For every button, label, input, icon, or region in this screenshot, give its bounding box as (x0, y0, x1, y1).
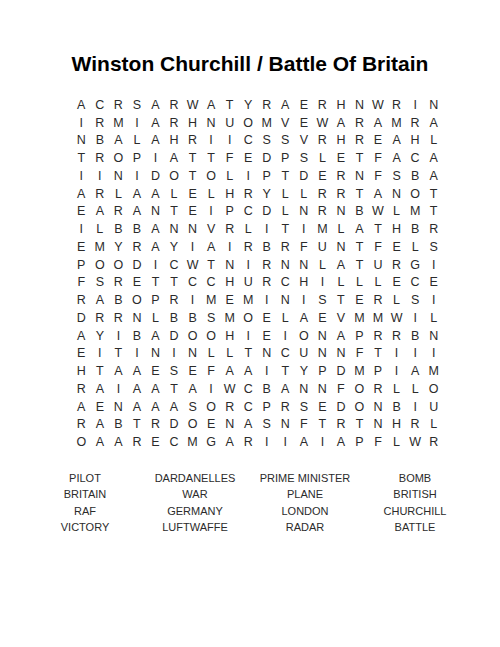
grid-cell: H (183, 114, 202, 132)
grid-cell: F (72, 274, 91, 292)
grid-cell: P (257, 398, 276, 416)
grid-cell: O (424, 380, 443, 398)
grid-cell: W (369, 203, 388, 221)
grid-cell: L (109, 185, 128, 203)
grid-cell: R (424, 220, 443, 238)
grid-cell: R (332, 167, 351, 185)
grid-cell: N (424, 327, 443, 345)
grid-cell: A (369, 185, 388, 203)
grid-cell: A (128, 185, 147, 203)
grid-cell: O (91, 256, 110, 274)
word-list: PILOTBRITAINRAFVICTORYDARDANELLESWARGERM… (30, 470, 470, 536)
grid-cell: C (276, 274, 295, 292)
grid-cell: R (332, 185, 351, 203)
word-bomb: BOMB (360, 470, 470, 486)
grid-cell: R (257, 274, 276, 292)
grid-cell: L (332, 220, 351, 238)
grid-cell: T (183, 149, 202, 167)
grid-cell: E (387, 274, 406, 292)
grid-cell: I (406, 345, 425, 363)
grid-cell: P (350, 327, 369, 345)
grid-cell: N (369, 416, 388, 434)
grid-cell: T (165, 380, 184, 398)
grid-cell: M (350, 362, 369, 380)
grid-cell: R (313, 132, 332, 150)
grid-cell: S (91, 274, 110, 292)
grid-cell: B (406, 220, 425, 238)
grid-cell: L (369, 274, 388, 292)
grid-cell: T (350, 256, 369, 274)
grid-cell: A (91, 203, 110, 221)
grid-cell: N (109, 398, 128, 416)
grid-cell: E (72, 203, 91, 221)
grid-cell: N (72, 132, 91, 150)
grid-cell: N (202, 114, 221, 132)
grid-cell: R (424, 433, 443, 451)
grid-cell: R (183, 132, 202, 150)
grid-cell: I (91, 345, 110, 363)
grid-cell: O (202, 167, 221, 185)
grid-cell: O (406, 185, 425, 203)
grid-cell: B (406, 327, 425, 345)
grid-cell: H (332, 96, 351, 114)
grid-cell: M (183, 433, 202, 451)
grid-cell: R (72, 291, 91, 309)
grid-cell: A (146, 185, 165, 203)
grid-cell: H (406, 132, 425, 150)
grid-cell: L (313, 256, 332, 274)
grid-cell: A (128, 203, 147, 221)
grid-cell: R (72, 416, 91, 434)
grid-cell: O (295, 327, 314, 345)
grid-cell: F (295, 416, 314, 434)
grid-cell: R (220, 220, 239, 238)
grid-cell: T (183, 167, 202, 185)
grid-cell: C (91, 96, 110, 114)
grid-cell: D (146, 167, 165, 185)
grid-cell: T (165, 203, 184, 221)
grid-cell: A (128, 398, 147, 416)
grid-cell: V (332, 309, 351, 327)
grid-cell: I (183, 238, 202, 256)
grid-cell: P (72, 256, 91, 274)
grid-cell: L (313, 149, 332, 167)
grid-cell: O (202, 398, 221, 416)
grid-cell: R (406, 114, 425, 132)
grid-cell: I (387, 345, 406, 363)
grid-cell: I (295, 220, 314, 238)
grid-cell: I (424, 256, 443, 274)
grid-cell: A (72, 96, 91, 114)
grid-cell: B (109, 416, 128, 434)
grid-cell: E (313, 167, 332, 185)
grid-cell: T (350, 185, 369, 203)
grid-cell: P (146, 291, 165, 309)
grid-cell: U (220, 114, 239, 132)
word-germany: GERMANY (140, 503, 250, 519)
grid-cell: A (387, 132, 406, 150)
grid-cell: I (220, 132, 239, 150)
grid-cell: N (295, 203, 314, 221)
grid-cell: T (202, 149, 221, 167)
grid-cell: I (313, 433, 332, 451)
grid-cell: I (295, 291, 314, 309)
grid-cell: R (313, 185, 332, 203)
grid-cell: N (424, 96, 443, 114)
grid-cell: L (350, 274, 369, 292)
grid-cell: T (109, 345, 128, 363)
grid-cell: I (424, 291, 443, 309)
grid-cell: B (128, 327, 147, 345)
grid-cell: N (146, 345, 165, 363)
grid-cell: R (332, 416, 351, 434)
grid-cell: F (369, 167, 388, 185)
grid-cell: N (109, 167, 128, 185)
grid-cell: N (350, 96, 369, 114)
grid-cell: N (220, 256, 239, 274)
grid-cell: M (220, 309, 239, 327)
grid-cell: N (295, 380, 314, 398)
grid-cell: C (239, 132, 258, 150)
grid-cell: U (295, 345, 314, 363)
grid-cell: F (332, 380, 351, 398)
grid-cell: A (387, 149, 406, 167)
grid-cell: A (128, 362, 147, 380)
grid-cell: N (295, 256, 314, 274)
grid-cell: Y (257, 185, 276, 203)
grid-cell: L (202, 185, 221, 203)
grid-cell: P (276, 149, 295, 167)
grid-cell: T (146, 274, 165, 292)
grid-cell: M (313, 220, 332, 238)
grid-cell: A (220, 362, 239, 380)
grid-cell: I (109, 327, 128, 345)
grid-cell: M (202, 291, 221, 309)
grid-cell: R (257, 96, 276, 114)
grid-cell: R (239, 238, 258, 256)
grid-cell: O (350, 398, 369, 416)
grid-cell: I (109, 380, 128, 398)
grid-cell: S (295, 398, 314, 416)
grid-cell: W (387, 309, 406, 327)
grid-cell: B (387, 398, 406, 416)
grid-cell: A (91, 416, 110, 434)
grid-cell: R (91, 309, 110, 327)
grid-cell: R (165, 96, 184, 114)
grid-cell: I (146, 149, 165, 167)
grid-cell: H (220, 185, 239, 203)
grid-cell: L (406, 380, 425, 398)
grid-cell: A (146, 398, 165, 416)
grid-cell: H (332, 132, 351, 150)
word-war: WAR (140, 486, 250, 502)
grid-cell: E (295, 96, 314, 114)
grid-cell: D (332, 398, 351, 416)
grid-cell: N (276, 416, 295, 434)
grid-cell: B (91, 132, 110, 150)
grid-cell: R (313, 96, 332, 114)
grid-cell: E (91, 398, 110, 416)
grid-cell: A (72, 398, 91, 416)
grid-cell: A (72, 327, 91, 345)
grid-cell: C (165, 256, 184, 274)
grid-cell: V (202, 220, 221, 238)
grid-cell: H (387, 220, 406, 238)
grid-cell: M (350, 309, 369, 327)
grid-cell: O (128, 291, 147, 309)
grid-cell: I (239, 327, 258, 345)
grid-cell: L (387, 433, 406, 451)
grid-cell: C (165, 433, 184, 451)
grid-cell: A (369, 114, 388, 132)
grid-cell: L (424, 132, 443, 150)
word-list-column-3: PRIME MINISTERPLANELONDONRADAR (250, 470, 360, 536)
grid-cell: L (406, 238, 425, 256)
grid-cell: R (406, 416, 425, 434)
word-britain: BRITAIN (30, 486, 140, 502)
grid-cell: B (406, 167, 425, 185)
grid-cell: B (257, 380, 276, 398)
grid-cell: I (146, 256, 165, 274)
grid-cell: A (424, 167, 443, 185)
grid-cell: R (387, 256, 406, 274)
grid-cell: A (295, 309, 314, 327)
grid-cell: T (350, 238, 369, 256)
word-prime-minister: PRIME MINISTER (250, 470, 360, 486)
grid-cell: T (369, 220, 388, 238)
grid-cell: O (239, 309, 258, 327)
grid-cell: F (350, 345, 369, 363)
grid-cell: L (146, 309, 165, 327)
grid-cell: S (257, 132, 276, 150)
grid-cell: Y (239, 96, 258, 114)
grid-cell: A (202, 96, 221, 114)
grid-cell: I (276, 433, 295, 451)
grid-cell: A (146, 220, 165, 238)
grid-cell: E (424, 274, 443, 292)
grid-cell: A (220, 433, 239, 451)
grid-cell: N (332, 345, 351, 363)
grid-cell: E (257, 309, 276, 327)
word-luftwaffe: LUFTWAFFE (140, 519, 250, 535)
grid-cell: N (183, 345, 202, 363)
grid-cell: E (72, 345, 91, 363)
grid-cell: I (202, 203, 221, 221)
grid-cell: D (165, 327, 184, 345)
grid-cell: I (257, 433, 276, 451)
grid-cell: S (387, 167, 406, 185)
grid-cell: A (146, 114, 165, 132)
grid-cell: T (276, 220, 295, 238)
grid-cell: A (332, 114, 351, 132)
grid-cell: L (387, 291, 406, 309)
grid-cell: A (146, 96, 165, 114)
grid-cell: C (239, 380, 258, 398)
word-radar: RADAR (250, 519, 360, 535)
grid-cell: C (239, 203, 258, 221)
grid-cell: I (72, 220, 91, 238)
grid-cell: T (165, 274, 184, 292)
grid-cell: R (239, 185, 258, 203)
grid-cell: E (128, 274, 147, 292)
grid-cell: A (183, 380, 202, 398)
grid-cell: I (72, 167, 91, 185)
grid-cell: P (257, 167, 276, 185)
grid-cell: I (257, 220, 276, 238)
grid-cell: L (295, 185, 314, 203)
grid-cell: I (406, 96, 425, 114)
grid-cell: B (257, 238, 276, 256)
grid-cell: I (387, 362, 406, 380)
grid-cell: R (165, 291, 184, 309)
grid-cell: S (406, 291, 425, 309)
grid-cell: E (239, 149, 258, 167)
grid-cell: B (350, 203, 369, 221)
grid-cell: A (72, 185, 91, 203)
grid-cell: N (313, 327, 332, 345)
grid-cell: E (295, 114, 314, 132)
grid-cell: T (350, 149, 369, 167)
grid-cell: C (183, 274, 202, 292)
grid-cell: E (183, 185, 202, 203)
grid-cell: P (369, 362, 388, 380)
grid-cell: O (183, 416, 202, 434)
word-dardanelles: DARDANELLES (140, 470, 250, 486)
grid-cell: U (239, 274, 258, 292)
grid-cell: N (332, 238, 351, 256)
grid-cell: E (146, 362, 165, 380)
grid-cell: R (91, 185, 110, 203)
grid-cell: V (276, 114, 295, 132)
grid-cell: H (72, 362, 91, 380)
grid-cell: S (165, 362, 184, 380)
grid-cell: C (276, 345, 295, 363)
grid-cell: L (128, 132, 147, 150)
grid-cell: A (91, 291, 110, 309)
grid-cell: P (350, 433, 369, 451)
grid-cell: F (220, 149, 239, 167)
grid-cell: O (239, 114, 258, 132)
grid-cell: A (146, 380, 165, 398)
grid-cell: W (369, 96, 388, 114)
grid-cell: A (109, 132, 128, 150)
grid-cell: I (202, 132, 221, 150)
grid-cell: I (128, 345, 147, 363)
grid-cell: R (387, 327, 406, 345)
grid-cell: W (220, 380, 239, 398)
grid-cell: E (183, 203, 202, 221)
grid-cell: T (239, 345, 258, 363)
grid-cell: A (146, 132, 165, 150)
grid-cell: L (239, 220, 258, 238)
grid-cell: S (276, 132, 295, 150)
grid-cell: S (202, 309, 221, 327)
grid-cell: I (91, 167, 110, 185)
grid-cell: A (424, 114, 443, 132)
grid-cell: P (220, 203, 239, 221)
grid-cell: A (332, 327, 351, 345)
grid-cell: D (257, 149, 276, 167)
grid-cell: B (128, 220, 147, 238)
grid-cell: E (313, 398, 332, 416)
grid-cell: A (128, 380, 147, 398)
grid-cell: H (220, 327, 239, 345)
grid-cell: G (202, 433, 221, 451)
grid-cell: R (350, 132, 369, 150)
grid-cell: I (313, 274, 332, 292)
grid-cell: Y (109, 238, 128, 256)
grid-cell: A (332, 256, 351, 274)
letter-grid: ACRSARWATYRAERHNWRINIRMIARHNUOMVEWARAMRA… (72, 96, 443, 451)
grid-cell: N (350, 167, 369, 185)
grid-cell: A (146, 238, 165, 256)
grid-cell: R (369, 380, 388, 398)
grid-cell: A (146, 327, 165, 345)
grid-cell: U (313, 238, 332, 256)
grid-cell: E (220, 291, 239, 309)
grid-cell: A (276, 380, 295, 398)
grid-cell: N (165, 220, 184, 238)
word-london: LONDON (250, 503, 360, 519)
grid-cell: F (369, 433, 388, 451)
grid-cell: N (183, 220, 202, 238)
grid-cell: R (313, 203, 332, 221)
grid-cell: S (257, 416, 276, 434)
word-victory: VICTORY (30, 519, 140, 535)
grid-cell: E (146, 433, 165, 451)
grid-cell: H (165, 132, 184, 150)
grid-cell: E (257, 327, 276, 345)
grid-cell: T (332, 291, 351, 309)
grid-cell: A (109, 362, 128, 380)
grid-cell: T (202, 256, 221, 274)
grid-cell: W (183, 256, 202, 274)
grid-cell: R (91, 149, 110, 167)
grid-cell: U (369, 256, 388, 274)
grid-cell: H (387, 416, 406, 434)
grid-cell: I (239, 167, 258, 185)
grid-cell: T (276, 167, 295, 185)
grid-cell: L (91, 220, 110, 238)
grid-cell: A (350, 220, 369, 238)
grid-cell: D (295, 167, 314, 185)
grid-cell: D (257, 203, 276, 221)
grid-cell: M (369, 309, 388, 327)
grid-cell: N (128, 309, 147, 327)
grid-cell: T (313, 416, 332, 434)
grid-cell: N (220, 416, 239, 434)
grid-cell: A (239, 416, 258, 434)
grid-cell: R (369, 327, 388, 345)
grid-cell: I (72, 114, 91, 132)
grid-cell: T (220, 96, 239, 114)
grid-cell: O (109, 256, 128, 274)
grid-cell: C (406, 274, 425, 292)
grid-cell: L (276, 309, 295, 327)
grid-cell: M (239, 291, 258, 309)
grid-cell: R (239, 433, 258, 451)
grid-cell: B (165, 309, 184, 327)
grid-cell: L (387, 203, 406, 221)
grid-cell: R (165, 114, 184, 132)
grid-cell: S (128, 96, 147, 114)
grid-cell: A (332, 433, 351, 451)
grid-cell: E (369, 132, 388, 150)
grid-cell: E (72, 238, 91, 256)
grid-cell: O (109, 149, 128, 167)
grid-cell: G (406, 256, 425, 274)
grid-cell: R (109, 203, 128, 221)
